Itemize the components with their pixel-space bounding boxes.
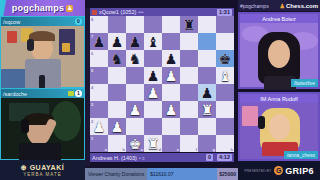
pawn-logo-icon: ♟ [66, 5, 73, 12]
andrea-handle[interactable]: /botezlive [294, 80, 315, 86]
webcam-xqc: /xqcow 0 [0, 16, 85, 88]
square-h7[interactable] [216, 33, 234, 50]
white-p-piece[interactable]: ♟ [111, 120, 124, 134]
square-f4[interactable] [180, 84, 198, 101]
team-logo-icon [68, 91, 74, 96]
andrea-face [268, 40, 290, 68]
square-d7[interactable]: ♝ [144, 33, 162, 50]
square-h4[interactable] [216, 84, 234, 101]
anna-name-bar: IM Anna Rudolf [240, 94, 318, 103]
top-player-avatar [92, 10, 97, 15]
square-d3[interactable] [144, 101, 162, 118]
square-f7[interactable] [180, 33, 198, 50]
anna-handle[interactable]: /anna_chess [287, 152, 315, 158]
square-e3[interactable]: ♟ [162, 101, 180, 118]
file-label: d [159, 147, 161, 152]
rank-label: 4 [91, 85, 93, 90]
hashtag-label: #pogchamps [240, 3, 269, 9]
anna-face [269, 114, 290, 140]
chesscom-pawn-icon: ♟ [280, 2, 285, 9]
square-e6[interactable]: ♟ [162, 50, 180, 67]
sardoche-torso [19, 143, 61, 161]
square-b7[interactable]: ♟ [108, 33, 126, 50]
white-k-piece[interactable]: ♚ [129, 137, 142, 151]
square-g5[interactable] [198, 67, 216, 84]
xqc-label-bar: /xqcow 0 [1, 17, 84, 26]
rank-label: 8 [91, 17, 93, 22]
andrea-name-bar: Andrea Botez [240, 14, 318, 23]
square-g4[interactable]: ♟ [198, 84, 216, 101]
square-a4[interactable]: 4 [90, 84, 108, 101]
pogchamps-banner: pogchamps ♟ [0, 0, 85, 16]
black-p-piece[interactable]: ♟ [129, 35, 142, 49]
chesscom-logo[interactable]: ♟Chess.com [280, 2, 318, 9]
square-g3[interactable]: ♜ [198, 101, 216, 118]
square-f3[interactable] [180, 101, 198, 118]
grip6-name: GRIP6 [285, 166, 314, 176]
square-b4[interactable] [108, 84, 126, 101]
grip6-logo-icon: G [274, 166, 283, 175]
rank-label: 5 [91, 68, 93, 73]
charity-raised-amount: $11610.07 [147, 168, 217, 180]
right-top-bar: #pogchamps ♟Chess.com [238, 0, 320, 11]
square-c7[interactable]: ♟ [126, 33, 144, 50]
file-label: c [141, 147, 143, 152]
black-p-piece[interactable]: ♟ [147, 69, 160, 83]
square-c4[interactable] [126, 84, 144, 101]
andrea-name: Andrea Botez [262, 16, 295, 22]
xqc-handle[interactable]: /xqcow [3, 19, 20, 25]
square-a3[interactable]: 3 [90, 101, 108, 118]
top-player-name[interactable]: xQcow1 (1052) [99, 9, 136, 15]
file-label: h [231, 147, 233, 152]
headphones-icon [21, 119, 29, 133]
square-e7[interactable] [162, 33, 180, 50]
white-p-piece[interactable]: ♟ [93, 120, 106, 134]
rank-label: 6 [91, 51, 93, 56]
pogchamps-logo-text: pogchamps [12, 3, 64, 13]
square-g6[interactable] [198, 50, 216, 67]
rank-label: 7 [91, 34, 93, 39]
square-c2[interactable] [126, 118, 144, 135]
white-r-piece[interactable]: ♜ [147, 137, 160, 151]
white-r-piece[interactable]: ♜ [201, 103, 214, 117]
white-p-piece[interactable]: ♟ [147, 86, 160, 100]
white-p-piece[interactable]: ♟ [165, 103, 178, 117]
square-h6[interactable]: ♚ [216, 50, 234, 67]
poster-red [7, 31, 17, 43]
top-player-clock: 1:31 [217, 9, 232, 16]
charity-goal-amount: $25000 [217, 171, 238, 177]
square-g8[interactable] [198, 16, 216, 33]
black-p-piece[interactable]: ♟ [93, 35, 106, 49]
square-b6[interactable]: ♞ [108, 50, 126, 67]
square-d6[interactable] [144, 50, 162, 67]
black-n-piece[interactable]: ♞ [111, 52, 124, 66]
file-label: a [105, 147, 107, 152]
square-e5[interactable]: ♟ [162, 67, 180, 84]
square-d2[interactable] [144, 118, 162, 135]
headphones-icon [258, 116, 265, 129]
file-label: g [213, 147, 215, 152]
square-e4[interactable] [162, 84, 180, 101]
square-c8[interactable] [126, 16, 144, 33]
square-g7[interactable] [198, 33, 216, 50]
square-a1[interactable]: 1a [90, 135, 108, 152]
square-c5[interactable] [126, 67, 144, 84]
file-label: e [177, 147, 179, 152]
square-c3[interactable]: ♟ [126, 101, 144, 118]
sardoche-label-bar: /sardoche 1 [1, 89, 84, 98]
webcam-sardoche: /sardoche 1 [0, 88, 85, 160]
square-d5[interactable]: ♟ [144, 67, 162, 84]
black-k-piece[interactable]: ♚ [219, 52, 232, 66]
bottom-chip: 0 [206, 154, 213, 161]
square-g1[interactable]: g [198, 135, 216, 152]
headphones-icon [27, 39, 34, 51]
black-b-piece[interactable]: ♝ [147, 35, 160, 49]
square-h5[interactable]: ♝ [216, 67, 234, 84]
square-f1[interactable]: f [180, 135, 198, 152]
anna-handle-bar: /anna_chess [284, 151, 318, 159]
black-p-piece[interactable]: ♟ [111, 35, 124, 49]
square-b3[interactable] [108, 101, 126, 118]
webcam-anna: IM Anna Rudolf /anna_chess [238, 92, 320, 161]
square-b8[interactable] [108, 16, 126, 33]
bottom-player-flags: • ≡ [139, 155, 145, 161]
square-a2[interactable]: ♟2 [90, 118, 108, 135]
file-label: f [196, 147, 197, 152]
microphone-icon [39, 75, 45, 89]
rank-label: 2 [91, 119, 93, 124]
presented-by-label: PRESENTED BY [244, 169, 271, 173]
square-e1[interactable]: e [162, 135, 180, 152]
white-p-piece[interactable]: ♟ [165, 69, 178, 83]
white-b-piece[interactable]: ♝ [219, 69, 232, 83]
square-h1[interactable]: h [216, 135, 234, 152]
square-f8[interactable]: ♜ [180, 16, 198, 33]
sardoche-handle[interactable]: /sardoche [3, 91, 27, 97]
square-a6[interactable]: 6 [90, 50, 108, 67]
guayaki-subtitle: YERBA MATE [23, 172, 61, 177]
square-h8[interactable] [216, 16, 234, 33]
square-f6[interactable] [180, 50, 198, 67]
square-e8[interactable] [162, 16, 180, 33]
top-player-flags: ••• [138, 9, 143, 15]
black-p-piece[interactable]: ♟ [201, 86, 214, 100]
square-d4[interactable]: ♟ [144, 84, 162, 101]
guayaki-sponsor-bar: ⊕ GUAYAKÍ YERBA MATE [0, 160, 85, 180]
chess-board[interactable]: 8♜♟7♟♟♝6♞♞♟♚5♟♟♝4♟♟3♟♟♜♟2♟1ab♚c♜defgh [90, 16, 234, 152]
top-player-bar: xQcow1 (1052) ••• 1:31 [90, 8, 234, 16]
square-c1[interactable]: ♚c [126, 135, 144, 152]
square-h3[interactable] [216, 101, 234, 118]
square-h2[interactable] [216, 118, 234, 135]
andrea-handle-bar: /botezlive [291, 79, 318, 87]
flower-picture [242, 106, 258, 126]
square-a5[interactable]: 5 [90, 67, 108, 84]
square-b2[interactable]: ♟ [108, 118, 126, 135]
grip6-sponsor-bar: PRESENTED BY G GRIP6 [238, 161, 320, 180]
sardoche-score-badge: 1 [75, 90, 82, 97]
square-a8[interactable]: 8 [90, 16, 108, 33]
black-r-piece[interactable]: ♜ [183, 18, 196, 32]
rank-label: 1 [91, 136, 93, 141]
black-n-piece[interactable]: ♞ [129, 52, 142, 66]
guayaki-logo: ⊕ GUAYAKÍ [21, 164, 64, 172]
rank-label: 3 [91, 102, 93, 107]
square-f5[interactable] [180, 67, 198, 84]
xqc-score-badge: 0 [75, 18, 82, 25]
square-f2[interactable] [180, 118, 198, 135]
square-a7[interactable]: ♟7 [90, 33, 108, 50]
bottom-player-clock: 4:12 [217, 154, 232, 161]
square-e2[interactable] [162, 118, 180, 135]
square-d1[interactable]: ♜d [144, 135, 162, 152]
square-g2[interactable] [198, 118, 216, 135]
square-d8[interactable] [144, 16, 162, 33]
white-p-piece[interactable]: ♟ [129, 103, 142, 117]
black-p-piece[interactable]: ♟ [165, 52, 178, 66]
charity-progress-bar: Viewer Charity Donations $11610.07 $2500… [85, 168, 238, 180]
square-c6[interactable]: ♞ [126, 50, 144, 67]
square-b1[interactable]: b [108, 135, 126, 152]
anna-name: IM Anna Rudolf [260, 96, 298, 102]
bottom-player-bar: Andreas H. (1403) • ≡ 0 4:12 [90, 153, 234, 162]
square-b5[interactable] [108, 67, 126, 84]
bottom-player-name[interactable]: Andreas H. (1403) [92, 155, 137, 161]
charity-label: Viewer Charity Donations [85, 168, 147, 180]
webcam-andrea: Andrea Botez /botezlive [238, 12, 320, 89]
figurine [62, 43, 70, 52]
file-label: b [123, 147, 125, 152]
